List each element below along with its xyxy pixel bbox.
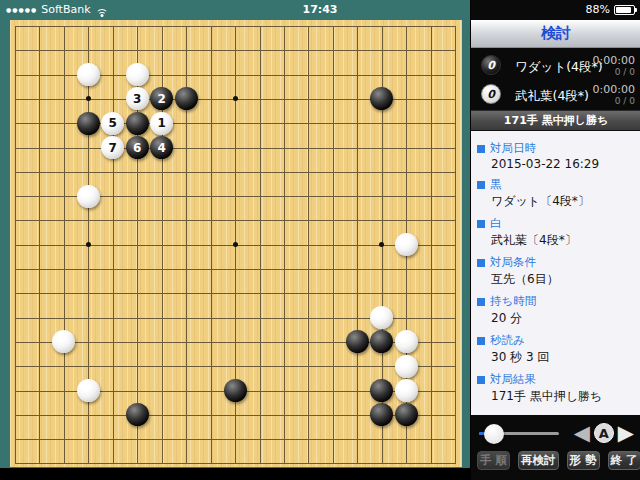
black-player-name: ワダット(4段*) bbox=[515, 59, 603, 76]
grid-line bbox=[284, 26, 285, 464]
info-value: 30 秒 3 回 bbox=[471, 349, 640, 369]
info-value: 2015-03-22 16:29 bbox=[471, 157, 640, 174]
playback-controls: ◀ A ▶ bbox=[471, 417, 640, 449]
stone-black[interactable]: 2 bbox=[150, 87, 173, 110]
grid-line bbox=[455, 26, 456, 464]
next-move-button[interactable]: ▶ bbox=[618, 423, 634, 444]
moves-button[interactable]: 手 順 bbox=[477, 451, 510, 470]
info-label-text: 対局条件 bbox=[490, 255, 536, 270]
info-label-text: 秒読み bbox=[490, 333, 525, 348]
screen: 3251764 検討 0 ワダット(4段*) 0:00:00 0 / 0 0 武… bbox=[0, 0, 640, 480]
info-value: 20 分 bbox=[471, 310, 640, 330]
stone-white[interactable]: 1 bbox=[150, 112, 173, 135]
white-player-name: 武礼葉(4段*) bbox=[515, 88, 589, 105]
bullet-icon bbox=[477, 181, 485, 189]
stone-black[interactable] bbox=[370, 379, 393, 402]
bullet-icon bbox=[477, 259, 485, 267]
bullet-icon bbox=[477, 220, 485, 228]
action-buttons: 手 順 再検討 形 勢 終 了 bbox=[477, 451, 635, 470]
info-list: 対局日時2015-03-22 16:29黒ワダット〔4段*〕白武礼葉〔4段*〕対… bbox=[471, 131, 640, 415]
stone-black[interactable] bbox=[370, 87, 393, 110]
player-row-black: 0 ワダット(4段*) 0:00:00 0 / 0 bbox=[471, 51, 640, 81]
prev-move-button[interactable]: ◀ bbox=[574, 423, 590, 444]
star-point bbox=[86, 242, 91, 247]
grid-line bbox=[15, 439, 456, 440]
info-label-text: 白 bbox=[490, 216, 502, 231]
info-label: 対局日時 bbox=[471, 138, 640, 157]
stone-white[interactable] bbox=[395, 330, 418, 353]
grid-line bbox=[333, 26, 334, 464]
bottom-bar bbox=[0, 468, 470, 480]
grid-line bbox=[357, 26, 358, 464]
player-row-white: 0 武礼葉(4段*) 0:00:00 0 / 0 bbox=[471, 80, 640, 110]
clock-label: 17:43 bbox=[0, 3, 640, 16]
star-point bbox=[86, 96, 91, 101]
black-clock-periods: 0 / 0 bbox=[593, 67, 635, 77]
grid-line bbox=[431, 26, 432, 464]
black-clock-time: 0:00:00 bbox=[593, 54, 635, 67]
stone-white[interactable] bbox=[52, 330, 75, 353]
stone-white[interactable] bbox=[77, 63, 100, 86]
stone-white[interactable]: 3 bbox=[126, 87, 149, 110]
step-buttons: ◀ A ▶ bbox=[574, 417, 634, 449]
grid-line bbox=[260, 26, 261, 464]
stone-white[interactable] bbox=[126, 63, 149, 86]
info-value: ワダット〔4段*〕 bbox=[471, 193, 640, 213]
grid-line bbox=[15, 366, 456, 367]
stone-black[interactable] bbox=[395, 403, 418, 426]
stone-black[interactable] bbox=[77, 112, 100, 135]
stone-white[interactable] bbox=[370, 306, 393, 329]
bullet-icon bbox=[477, 376, 485, 384]
stone-white[interactable] bbox=[395, 233, 418, 256]
bullet-icon bbox=[477, 337, 485, 345]
stone-black[interactable] bbox=[175, 87, 198, 110]
info-label: 秒読み bbox=[471, 330, 640, 349]
info-label: 対局条件 bbox=[471, 252, 640, 271]
black-captures: 0 bbox=[487, 59, 495, 72]
side-panel: 検討 0 ワダット(4段*) 0:00:00 0 / 0 0 武礼葉(4段*) … bbox=[470, 0, 640, 480]
stone-black[interactable] bbox=[126, 112, 149, 135]
black-clock: 0:00:00 0 / 0 bbox=[593, 54, 635, 77]
info-value: 互先（6目） bbox=[471, 271, 640, 291]
black-stone-icon: 0 bbox=[481, 55, 501, 75]
info-label-text: 対局日時 bbox=[490, 141, 536, 156]
board-pane: 3251764 bbox=[0, 0, 470, 480]
battery-icon bbox=[614, 5, 635, 15]
stone-black[interactable] bbox=[126, 403, 149, 426]
white-clock-time: 0:00:00 bbox=[593, 83, 635, 96]
stone-black[interactable]: 4 bbox=[150, 136, 173, 159]
status-right: 88% bbox=[586, 3, 635, 16]
panel-title: 検討 bbox=[541, 24, 571, 43]
white-stone-icon: 0 bbox=[481, 84, 501, 104]
stone-black[interactable] bbox=[370, 330, 393, 353]
info-label: 持ち時間 bbox=[471, 291, 640, 310]
grid-line bbox=[308, 26, 309, 464]
bullet-icon bbox=[477, 298, 485, 306]
stone-white[interactable]: 7 bbox=[101, 136, 124, 159]
stone-black[interactable] bbox=[224, 379, 247, 402]
info-label: 対局結果 bbox=[471, 369, 640, 388]
grid-line bbox=[15, 463, 456, 464]
player-list: 0 ワダット(4段*) 0:00:00 0 / 0 0 武礼葉(4段*) 0:0… bbox=[471, 48, 640, 110]
info-label-text: 黒 bbox=[490, 177, 502, 192]
result-bar: 171手 黒中押し勝ち bbox=[471, 110, 640, 131]
end-button[interactable]: 終 了 bbox=[608, 451, 640, 470]
white-clock: 0:00:00 0 / 0 bbox=[593, 83, 635, 106]
panel-header: 検討 bbox=[471, 20, 640, 48]
white-captures: 0 bbox=[487, 88, 495, 101]
info-value: 武礼葉〔4段*〕 bbox=[471, 232, 640, 252]
grid-line bbox=[15, 293, 456, 294]
star-point bbox=[233, 242, 238, 247]
bullet-icon bbox=[477, 145, 485, 153]
grid-line bbox=[15, 269, 456, 270]
stone-white[interactable] bbox=[77, 185, 100, 208]
slider-thumb[interactable] bbox=[484, 424, 504, 444]
stone-white[interactable] bbox=[77, 379, 100, 402]
info-label: 白 bbox=[471, 213, 640, 232]
autoplay-button[interactable]: A bbox=[594, 423, 614, 443]
info-label-text: 対局結果 bbox=[490, 372, 536, 387]
star-point bbox=[233, 96, 238, 101]
info-label-text: 持ち時間 bbox=[490, 294, 536, 309]
stone-black[interactable] bbox=[346, 330, 369, 353]
star-point bbox=[379, 242, 384, 247]
info-label: 黒 bbox=[471, 174, 640, 193]
stone-white[interactable] bbox=[395, 379, 418, 402]
stone-white[interactable] bbox=[395, 355, 418, 378]
go-board[interactable]: 3251764 bbox=[10, 20, 462, 467]
stone-white[interactable]: 5 bbox=[101, 112, 124, 135]
battery-percent: 88% bbox=[586, 3, 610, 16]
re-review-button[interactable]: 再検討 bbox=[518, 451, 559, 470]
stone-black[interactable]: 6 bbox=[126, 136, 149, 159]
white-clock-periods: 0 / 0 bbox=[593, 96, 635, 106]
info-value: 171手 黒中押し勝ち bbox=[471, 388, 640, 408]
stone-black[interactable] bbox=[370, 403, 393, 426]
status-bar: ●●●●● SoftBank 17:43 88% bbox=[0, 0, 640, 20]
estimate-button[interactable]: 形 勢 bbox=[567, 451, 600, 470]
